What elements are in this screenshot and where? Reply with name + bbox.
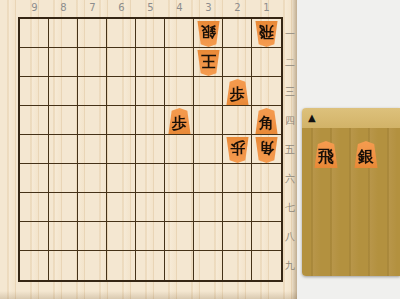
square-7-8[interactable] <box>78 222 107 251</box>
square-4-3[interactable] <box>165 77 194 106</box>
sente-triangle-marker: ▲ <box>308 113 316 123</box>
square-2-7[interactable] <box>223 193 252 222</box>
square-4-8[interactable] <box>165 222 194 251</box>
square-3-3[interactable] <box>194 77 223 106</box>
square-5-1[interactable] <box>136 19 165 48</box>
square-5-2[interactable] <box>136 48 165 77</box>
square-4-9[interactable] <box>165 251 194 280</box>
file-label-5: 5 <box>136 1 165 14</box>
rank-label-2: 二 <box>283 48 297 77</box>
square-6-2[interactable] <box>107 48 136 77</box>
shogi-app: 987654321 一二三四五六七八九 銀飛王歩歩角歩角 ▲ 飛銀 <box>0 0 400 299</box>
file-label-8: 8 <box>49 1 78 14</box>
piece-kanji: 銀 <box>201 24 216 39</box>
square-8-4[interactable] <box>49 106 78 135</box>
file-label-7: 7 <box>78 1 107 14</box>
square-7-6[interactable] <box>78 164 107 193</box>
square-6-4[interactable] <box>107 106 136 135</box>
square-7-4[interactable] <box>78 106 107 135</box>
piece-kanji: 歩 <box>230 140 245 155</box>
square-7-7[interactable] <box>78 193 107 222</box>
square-2-1[interactable] <box>223 19 252 48</box>
hand-piece-飛[interactable]: 飛 <box>314 141 338 168</box>
square-7-9[interactable] <box>78 251 107 280</box>
square-1-2[interactable] <box>252 48 281 77</box>
rank-label-6: 六 <box>283 164 297 193</box>
square-9-6[interactable] <box>20 164 49 193</box>
square-2-4[interactable] <box>223 106 252 135</box>
square-5-8[interactable] <box>136 222 165 251</box>
square-5-7[interactable] <box>136 193 165 222</box>
square-2-6[interactable] <box>223 164 252 193</box>
rank-label-8: 八 <box>283 222 297 251</box>
square-5-4[interactable] <box>136 106 165 135</box>
square-7-2[interactable] <box>78 48 107 77</box>
square-2-8[interactable] <box>223 222 252 251</box>
square-2-9[interactable] <box>223 251 252 280</box>
square-9-3[interactable] <box>20 77 49 106</box>
square-6-6[interactable] <box>107 164 136 193</box>
piece-kanji: 銀 <box>358 149 374 165</box>
square-6-3[interactable] <box>107 77 136 106</box>
square-8-3[interactable] <box>49 77 78 106</box>
square-4-5[interactable] <box>165 135 194 164</box>
square-1-9[interactable] <box>252 251 281 280</box>
square-9-5[interactable] <box>20 135 49 164</box>
hand-piece-銀[interactable]: 銀 <box>354 141 378 168</box>
sente-hand-header: ▲ <box>302 108 400 128</box>
square-7-5[interactable] <box>78 135 107 164</box>
square-1-6[interactable] <box>252 164 281 193</box>
square-5-5[interactable] <box>136 135 165 164</box>
rank-label-7: 七 <box>283 193 297 222</box>
square-5-9[interactable] <box>136 251 165 280</box>
square-5-3[interactable] <box>136 77 165 106</box>
file-label-9: 9 <box>20 1 49 14</box>
square-6-8[interactable] <box>107 222 136 251</box>
piece-kanji: 角 <box>259 116 274 131</box>
square-1-8[interactable] <box>252 222 281 251</box>
square-3-6[interactable] <box>194 164 223 193</box>
rank-label-9: 九 <box>283 251 297 280</box>
square-3-7[interactable] <box>194 193 223 222</box>
square-9-9[interactable] <box>20 251 49 280</box>
file-label-3: 3 <box>194 1 223 14</box>
rank-label-1: 一 <box>283 19 297 48</box>
rank-label-4: 四 <box>283 106 297 135</box>
square-3-5[interactable] <box>194 135 223 164</box>
square-4-2[interactable] <box>165 48 194 77</box>
square-6-5[interactable] <box>107 135 136 164</box>
rank-label-3: 三 <box>283 77 297 106</box>
sente-hand-panel: ▲ 飛銀 <box>302 108 400 276</box>
square-6-7[interactable] <box>107 193 136 222</box>
square-4-7[interactable] <box>165 193 194 222</box>
square-8-6[interactable] <box>49 164 78 193</box>
square-3-4[interactable] <box>194 106 223 135</box>
piece-kanji: 飛 <box>318 149 334 165</box>
square-9-8[interactable] <box>20 222 49 251</box>
square-2-2[interactable] <box>223 48 252 77</box>
square-3-9[interactable] <box>194 251 223 280</box>
rank-label-5: 五 <box>283 135 297 164</box>
square-4-1[interactable] <box>165 19 194 48</box>
square-8-5[interactable] <box>49 135 78 164</box>
square-5-6[interactable] <box>136 164 165 193</box>
file-labels: 987654321 <box>20 1 281 14</box>
piece-kanji: 角 <box>259 140 274 155</box>
square-8-1[interactable] <box>49 19 78 48</box>
file-label-4: 4 <box>165 1 194 14</box>
square-9-7[interactable] <box>20 193 49 222</box>
piece-kanji: 王 <box>201 53 216 68</box>
file-label-2: 2 <box>223 1 252 14</box>
square-9-1[interactable] <box>20 19 49 48</box>
square-1-3[interactable] <box>252 77 281 106</box>
file-label-1: 1 <box>252 1 281 14</box>
square-8-8[interactable] <box>49 222 78 251</box>
piece-kanji: 歩 <box>172 116 187 131</box>
file-label-6: 6 <box>107 1 136 14</box>
square-7-3[interactable] <box>78 77 107 106</box>
piece-kanji: 歩 <box>230 87 245 102</box>
rank-labels: 一二三四五六七八九 <box>283 19 297 280</box>
square-8-9[interactable] <box>49 251 78 280</box>
square-6-9[interactable] <box>107 251 136 280</box>
square-3-8[interactable] <box>194 222 223 251</box>
square-1-7[interactable] <box>252 193 281 222</box>
sente-hand-tray: 飛銀 <box>302 128 400 276</box>
sente-hand-pieces: 飛銀 <box>302 128 400 168</box>
square-6-1[interactable] <box>107 19 136 48</box>
square-9-4[interactable] <box>20 106 49 135</box>
square-4-6[interactable] <box>165 164 194 193</box>
piece-kanji: 飛 <box>259 24 274 39</box>
square-9-2[interactable] <box>20 48 49 77</box>
square-8-7[interactable] <box>49 193 78 222</box>
square-7-1[interactable] <box>78 19 107 48</box>
square-8-2[interactable] <box>49 48 78 77</box>
